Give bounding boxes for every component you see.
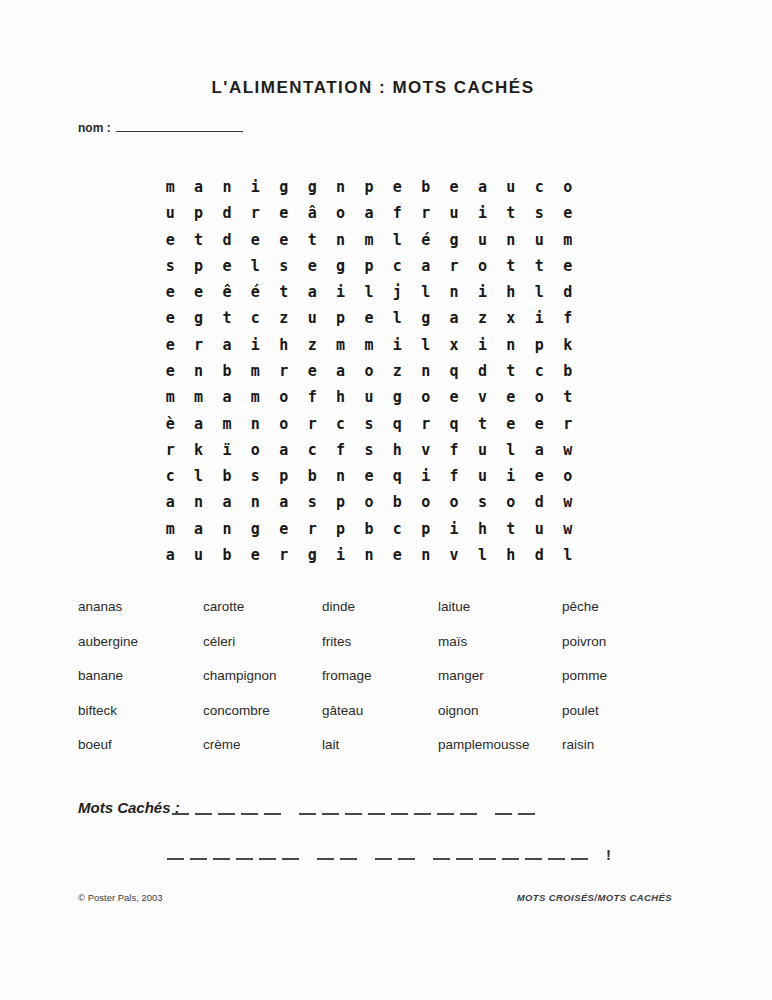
grid-cell[interactable]: m xyxy=(326,332,354,358)
grid-cell[interactable]: m xyxy=(355,332,383,358)
grid-cell[interactable]: o xyxy=(355,358,383,384)
grid-cell[interactable]: g xyxy=(383,384,411,410)
word-item: pamplemousse xyxy=(438,737,562,752)
grid-cell[interactable]: o xyxy=(440,489,468,515)
grid-cell[interactable]: i xyxy=(468,279,496,305)
word-item: aubergine xyxy=(78,634,203,649)
grid-cell[interactable]: t xyxy=(270,279,298,305)
grid-cell[interactable]: e xyxy=(156,279,184,305)
grid-cell[interactable]: a xyxy=(184,174,212,200)
answer-blank[interactable] xyxy=(236,845,253,860)
answer-blank[interactable] xyxy=(167,845,184,860)
grid-cell[interactable]: u xyxy=(525,515,553,541)
grid-cell[interactable]: l xyxy=(412,279,440,305)
grid-cell[interactable]: z xyxy=(298,332,326,358)
grid-cell[interactable]: ê xyxy=(213,279,241,305)
answer-blank[interactable] xyxy=(218,800,235,815)
grid-cell[interactable]: l xyxy=(383,227,411,253)
grid-cell[interactable]: a xyxy=(270,489,298,515)
answer-word-blanks xyxy=(167,846,305,863)
grid-cell[interactable]: o xyxy=(326,200,354,226)
grid-cell[interactable]: w xyxy=(553,489,581,515)
grid-cell[interactable]: n xyxy=(355,542,383,568)
grid-cell[interactable]: p xyxy=(326,515,354,541)
grid-cell[interactable]: è xyxy=(156,410,184,436)
grid-cell[interactable]: n xyxy=(184,358,212,384)
grid-cell[interactable]: a xyxy=(525,437,553,463)
grid-cell[interactable]: u xyxy=(298,305,326,331)
answer-blank[interactable] xyxy=(340,845,357,860)
grid-cell[interactable]: g xyxy=(270,174,298,200)
grid-cell[interactable]: e xyxy=(270,227,298,253)
grid-cell[interactable]: t xyxy=(553,384,581,410)
grid-cell[interactable]: s xyxy=(355,437,383,463)
answer-blank[interactable] xyxy=(264,800,281,815)
grid-cell[interactable]: d xyxy=(213,227,241,253)
grid-cell[interactable]: e xyxy=(355,305,383,331)
grid-cell[interactable]: m xyxy=(355,227,383,253)
grid-cell[interactable]: t xyxy=(497,358,525,384)
grid-cell[interactable]: n xyxy=(440,279,468,305)
grid-cell[interactable]: t xyxy=(497,515,525,541)
grid-cell[interactable]: u xyxy=(440,200,468,226)
grid-cell[interactable]: b xyxy=(412,174,440,200)
grid-cell[interactable]: n xyxy=(326,227,354,253)
grid-cell[interactable]: i xyxy=(468,200,496,226)
grid-cell[interactable]: s xyxy=(355,410,383,436)
answer-blank[interactable] xyxy=(571,845,588,860)
answer-blank[interactable] xyxy=(460,800,477,815)
grid-cell[interactable]: f xyxy=(440,463,468,489)
grid-cell[interactable]: m xyxy=(213,410,241,436)
grid-cell[interactable]: e xyxy=(298,358,326,384)
word-item: oignon xyxy=(438,703,562,718)
grid-cell[interactable]: i xyxy=(383,332,411,358)
grid-cell[interactable]: e xyxy=(156,358,184,384)
grid-cell[interactable]: i xyxy=(241,174,269,200)
answer-blanks-line2: ! xyxy=(167,845,611,861)
grid-cell[interactable]: r xyxy=(553,410,581,436)
grid-cell[interactable]: é xyxy=(241,279,269,305)
answer-blank[interactable] xyxy=(322,800,339,815)
grid-cell[interactable]: g xyxy=(298,542,326,568)
answer-blank[interactable] xyxy=(375,845,392,860)
grid-cell[interactable]: n xyxy=(184,489,212,515)
answer-blank[interactable] xyxy=(345,800,362,815)
grid-cell[interactable]: m xyxy=(553,227,581,253)
answer-word-blanks xyxy=(299,801,483,818)
word-item: laitue xyxy=(438,599,562,614)
word-item: céleri xyxy=(203,634,322,649)
answer-blank[interactable] xyxy=(317,845,334,860)
answer-blanks-line1 xyxy=(172,800,553,816)
grid-cell[interactable]: b xyxy=(553,358,581,384)
grid-cell[interactable]: e xyxy=(156,332,184,358)
grid-cell[interactable]: o xyxy=(355,489,383,515)
grid-cell[interactable]: n xyxy=(497,227,525,253)
grid-cell[interactable]: n xyxy=(412,542,440,568)
grid-cell[interactable]: c xyxy=(383,253,411,279)
grid-cell[interactable]: n xyxy=(326,174,354,200)
answer-blank[interactable] xyxy=(433,845,450,860)
name-input[interactable] xyxy=(116,120,243,132)
answer-word-blanks xyxy=(172,801,287,818)
answer-blank[interactable] xyxy=(518,800,535,815)
grid-cell[interactable]: t xyxy=(525,253,553,279)
grid-cell[interactable]: o xyxy=(525,384,553,410)
grid-cell[interactable]: p xyxy=(355,253,383,279)
grid-cell[interactable]: m xyxy=(184,384,212,410)
grid-cell[interactable]: q xyxy=(440,410,468,436)
grid-cell[interactable]: c xyxy=(383,515,411,541)
word-item: raisin xyxy=(562,737,694,752)
grid-cell[interactable]: o xyxy=(241,437,269,463)
grid-cell[interactable]: x xyxy=(497,305,525,331)
grid-cell[interactable]: e xyxy=(383,174,411,200)
grid-cell[interactable]: i xyxy=(326,279,354,305)
grid-cell[interactable]: z xyxy=(270,305,298,331)
grid-cell[interactable]: x xyxy=(440,332,468,358)
name-field-row: nom : xyxy=(78,120,243,135)
grid-cell[interactable]: m xyxy=(156,174,184,200)
grid-cell[interactable]: u xyxy=(355,384,383,410)
grid-cell[interactable]: p xyxy=(355,174,383,200)
grid-cell[interactable]: g xyxy=(440,227,468,253)
grid-cell[interactable]: a xyxy=(326,358,354,384)
grid-cell[interactable]: w xyxy=(553,515,581,541)
grid-cell[interactable]: b xyxy=(213,542,241,568)
grid-cell[interactable]: a xyxy=(298,279,326,305)
word-item: pomme xyxy=(562,668,694,683)
series-title-text: MOTS CROISÉS/MOTS CACHÉS xyxy=(502,892,672,903)
answer-word-blanks xyxy=(317,846,363,863)
word-item: banane xyxy=(78,668,203,683)
grid-cell[interactable]: s xyxy=(298,489,326,515)
grid-cell[interactable]: a xyxy=(270,437,298,463)
grid-cell[interactable]: a xyxy=(184,410,212,436)
grid-cell[interactable]: n xyxy=(326,463,354,489)
grid-cell[interactable]: f xyxy=(326,437,354,463)
grid-cell[interactable]: m xyxy=(156,515,184,541)
grid-cell[interactable]: p xyxy=(326,305,354,331)
grid-cell[interactable]: e xyxy=(355,463,383,489)
grid-cell[interactable]: d xyxy=(213,200,241,226)
grid-cell[interactable]: f xyxy=(298,384,326,410)
grid-cell[interactable]: a xyxy=(213,489,241,515)
word-item: poulet xyxy=(562,703,694,718)
grid-cell[interactable]: c xyxy=(298,437,326,463)
answer-blank[interactable] xyxy=(437,800,454,815)
grid-cell[interactable]: p xyxy=(184,200,212,226)
answer-blank[interactable] xyxy=(259,845,276,860)
grid-cell[interactable]: a xyxy=(440,305,468,331)
answer-blank[interactable] xyxy=(299,800,316,815)
grid-cell[interactable]: e xyxy=(241,227,269,253)
grid-cell[interactable]: l xyxy=(468,542,496,568)
grid-cell[interactable]: h xyxy=(497,279,525,305)
name-label: nom : xyxy=(78,121,111,135)
word-item: champignon xyxy=(203,668,322,683)
grid-cell[interactable]: a xyxy=(184,515,212,541)
word-item: concombre xyxy=(203,703,322,718)
grid-cell[interactable]: e xyxy=(270,515,298,541)
grid-cell[interactable]: b xyxy=(298,463,326,489)
grid-cell[interactable]: p xyxy=(326,489,354,515)
grid-cell[interactable]: i xyxy=(412,463,440,489)
grid-cell[interactable]: e xyxy=(553,200,581,226)
grid-cell[interactable]: r xyxy=(298,410,326,436)
grid-cell[interactable]: a xyxy=(412,253,440,279)
grid-cell[interactable]: w xyxy=(553,437,581,463)
grid-cell[interactable]: u xyxy=(156,200,184,226)
grid-cell[interactable]: j xyxy=(383,279,411,305)
answer-blank[interactable] xyxy=(456,845,473,860)
grid-cell[interactable]: d xyxy=(525,542,553,568)
grid-cell[interactable]: e xyxy=(497,384,525,410)
grid-cell[interactable]: o xyxy=(412,489,440,515)
answer-blank[interactable] xyxy=(414,800,431,815)
grid-cell[interactable]: o xyxy=(270,384,298,410)
grid-cell[interactable]: g xyxy=(184,305,212,331)
grid-cell[interactable]: a xyxy=(468,174,496,200)
grid-cell[interactable]: f xyxy=(553,305,581,331)
grid-cell[interactable]: r xyxy=(241,200,269,226)
grid-cell[interactable]: e xyxy=(270,200,298,226)
word-item: poivron xyxy=(562,634,694,649)
word-item: bifteck xyxy=(78,703,203,718)
word-item: maïs xyxy=(438,634,562,649)
grid-cell[interactable]: t xyxy=(497,200,525,226)
grid-cell[interactable]: s xyxy=(525,200,553,226)
grid-cell[interactable]: h xyxy=(468,515,496,541)
grid-cell[interactable]: f xyxy=(383,200,411,226)
grid-cell[interactable]: u xyxy=(497,174,525,200)
answer-blank[interactable] xyxy=(525,845,542,860)
grid-cell[interactable]: r xyxy=(298,515,326,541)
grid-cell[interactable]: l xyxy=(412,332,440,358)
grid-cell[interactable]: z xyxy=(383,358,411,384)
grid-cell[interactable]: n xyxy=(497,332,525,358)
answer-blank[interactable] xyxy=(368,800,385,815)
grid-cell[interactable]: i xyxy=(497,463,525,489)
grid-cell[interactable]: i xyxy=(440,515,468,541)
answer-blank[interactable] xyxy=(398,845,415,860)
grid-cell[interactable]: s xyxy=(241,463,269,489)
grid-cell[interactable]: c xyxy=(525,174,553,200)
grid-cell[interactable]: t xyxy=(497,253,525,279)
grid-cell[interactable]: a xyxy=(156,489,184,515)
grid-cell[interactable]: u xyxy=(525,227,553,253)
grid-cell[interactable]: e xyxy=(525,410,553,436)
grid-cell[interactable]: n xyxy=(412,358,440,384)
word-item: fromage xyxy=(322,668,438,683)
grid-cell[interactable]: a xyxy=(213,332,241,358)
grid-cell[interactable]: d xyxy=(468,358,496,384)
grid-cell[interactable]: r xyxy=(184,332,212,358)
grid-cell[interactable]: o xyxy=(270,410,298,436)
grid-cell[interactable]: l xyxy=(525,279,553,305)
grid-cell[interactable]: l xyxy=(184,463,212,489)
grid-cell[interactable]: q xyxy=(383,463,411,489)
word-item: crème xyxy=(203,737,322,752)
grid-cell[interactable]: l xyxy=(355,279,383,305)
answer-blank[interactable] xyxy=(190,845,207,860)
grid-cell[interactable]: f xyxy=(440,437,468,463)
answer-exclamation: ! xyxy=(606,846,611,863)
grid-cell[interactable]: e xyxy=(298,253,326,279)
grid-cell[interactable]: o xyxy=(412,384,440,410)
grid-cell[interactable]: k xyxy=(553,332,581,358)
grid-cell[interactable]: v xyxy=(468,384,496,410)
grid-cell[interactable]: q xyxy=(440,358,468,384)
grid-cell[interactable]: c xyxy=(525,358,553,384)
answer-blank[interactable] xyxy=(195,800,212,815)
grid-cell[interactable]: t xyxy=(213,305,241,331)
answer-blank[interactable] xyxy=(479,845,496,860)
grid-cell[interactable]: é xyxy=(412,227,440,253)
grid-cell[interactable]: n xyxy=(213,515,241,541)
answer-word-blanks xyxy=(375,846,421,863)
grid-cell[interactable]: i xyxy=(525,305,553,331)
grid-cell[interactable]: e xyxy=(440,384,468,410)
word-list: ananascarottedindelaituepêcheauberginecé… xyxy=(78,599,694,752)
word-item: manger xyxy=(438,668,562,683)
grid-cell[interactable]: o xyxy=(553,463,581,489)
grid-cell[interactable]: r xyxy=(270,542,298,568)
grid-cell[interactable]: c xyxy=(326,410,354,436)
grid-cell[interactable]: t xyxy=(298,227,326,253)
grid-cell[interactable]: e xyxy=(525,463,553,489)
grid-cell[interactable]: u xyxy=(184,542,212,568)
answer-blank[interactable] xyxy=(548,845,565,860)
grid-cell[interactable]: c xyxy=(241,305,269,331)
grid-cell[interactable]: ï xyxy=(213,437,241,463)
grid-cell[interactable]: h xyxy=(270,332,298,358)
grid-cell[interactable]: c xyxy=(156,463,184,489)
grid-cell[interactable]: e xyxy=(383,542,411,568)
answer-blank[interactable] xyxy=(502,845,519,860)
grid-cell[interactable]: g xyxy=(326,253,354,279)
answer-blank[interactable] xyxy=(213,845,230,860)
grid-cell[interactable]: o xyxy=(468,253,496,279)
grid-cell[interactable]: l xyxy=(553,542,581,568)
word-item: gâteau xyxy=(322,703,438,718)
grid-cell[interactable]: n xyxy=(241,410,269,436)
grid-cell[interactable]: p xyxy=(412,515,440,541)
word-item: lait xyxy=(322,737,438,752)
grid-cell[interactable]: u xyxy=(468,227,496,253)
answer-label: Mots Cachés : xyxy=(78,799,180,816)
answer-blank[interactable] xyxy=(282,845,299,860)
grid-cell[interactable]: o xyxy=(497,489,525,515)
grid-cell[interactable]: a xyxy=(355,200,383,226)
grid-cell[interactable]: l xyxy=(241,253,269,279)
copyright-text: © Poster Pals, 2003 xyxy=(78,892,163,903)
grid-cell[interactable]: l xyxy=(497,437,525,463)
grid-cell[interactable]: e xyxy=(553,253,581,279)
grid-cell[interactable]: h xyxy=(497,542,525,568)
grid-cell[interactable]: e xyxy=(184,279,212,305)
answer-blank[interactable] xyxy=(241,800,258,815)
grid-cell[interactable]: â xyxy=(298,200,326,226)
answer-blank[interactable] xyxy=(391,800,408,815)
word-item: ananas xyxy=(78,599,203,614)
grid-cell[interactable]: h xyxy=(383,437,411,463)
grid-cell[interactable]: k xyxy=(184,437,212,463)
grid-cell[interactable]: g xyxy=(412,305,440,331)
grid-cell[interactable]: n xyxy=(241,489,269,515)
grid-cell[interactable]: e xyxy=(497,410,525,436)
grid-cell[interactable]: r xyxy=(412,200,440,226)
grid-cell[interactable]: s xyxy=(270,253,298,279)
grid-cell[interactable]: g xyxy=(241,515,269,541)
page-title: L'ALIMENTATION : MOTS CACHÉS xyxy=(0,78,746,98)
grid-cell[interactable]: d xyxy=(525,489,553,515)
grid-cell[interactable]: b xyxy=(383,489,411,515)
grid-cell[interactable]: v xyxy=(412,437,440,463)
grid-cell[interactable]: e xyxy=(156,305,184,331)
grid-cell[interactable]: u xyxy=(468,463,496,489)
grid-cell[interactable]: t xyxy=(468,410,496,436)
grid-cell[interactable]: e xyxy=(156,227,184,253)
grid-cell[interactable]: a xyxy=(213,384,241,410)
grid-cell[interactable]: d xyxy=(553,279,581,305)
grid-cell[interactable]: p xyxy=(184,253,212,279)
grid-cell[interactable]: o xyxy=(553,174,581,200)
grid-cell[interactable]: s xyxy=(468,489,496,515)
answer-word-blanks xyxy=(433,846,594,863)
word-item: pêche xyxy=(562,599,694,614)
answer-word-blanks xyxy=(495,801,541,818)
grid-cell[interactable]: l xyxy=(383,305,411,331)
grid-cell[interactable]: s xyxy=(156,253,184,279)
grid-cell[interactable]: r xyxy=(412,410,440,436)
word-item: boeuf xyxy=(78,737,203,752)
grid-cell[interactable]: r xyxy=(440,253,468,279)
grid-cell[interactable]: r xyxy=(270,358,298,384)
grid-cell[interactable]: g xyxy=(298,174,326,200)
grid-cell[interactable]: i xyxy=(241,332,269,358)
grid-cell[interactable]: z xyxy=(468,305,496,331)
grid-cell[interactable]: m xyxy=(241,384,269,410)
word-item: carotte xyxy=(203,599,322,614)
grid-cell[interactable]: v xyxy=(440,542,468,568)
grid-cell[interactable]: b xyxy=(355,515,383,541)
answer-blank[interactable] xyxy=(495,800,512,815)
word-item: frites xyxy=(322,634,438,649)
grid-cell[interactable]: q xyxy=(383,410,411,436)
grid-cell[interactable]: m xyxy=(241,358,269,384)
grid-cell[interactable]: r xyxy=(156,437,184,463)
grid-cell[interactable]: b xyxy=(213,358,241,384)
grid-cell[interactable]: e xyxy=(440,174,468,200)
answer-blank[interactable] xyxy=(172,800,189,815)
grid-cell[interactable]: n xyxy=(213,174,241,200)
grid-cell[interactable]: t xyxy=(184,227,212,253)
grid-cell[interactable]: h xyxy=(326,384,354,410)
grid-cell[interactable]: u xyxy=(468,437,496,463)
grid-cell[interactable]: a xyxy=(156,542,184,568)
grid-cell[interactable]: e xyxy=(213,253,241,279)
grid-cell[interactable]: m xyxy=(156,384,184,410)
grid-cell[interactable]: b xyxy=(213,463,241,489)
grid-cell[interactable]: p xyxy=(270,463,298,489)
grid-cell[interactable]: i xyxy=(326,542,354,568)
grid-cell[interactable]: p xyxy=(525,332,553,358)
word-item: dinde xyxy=(322,599,438,614)
grid-cell[interactable]: i xyxy=(468,332,496,358)
grid-cell[interactable]: e xyxy=(241,542,269,568)
